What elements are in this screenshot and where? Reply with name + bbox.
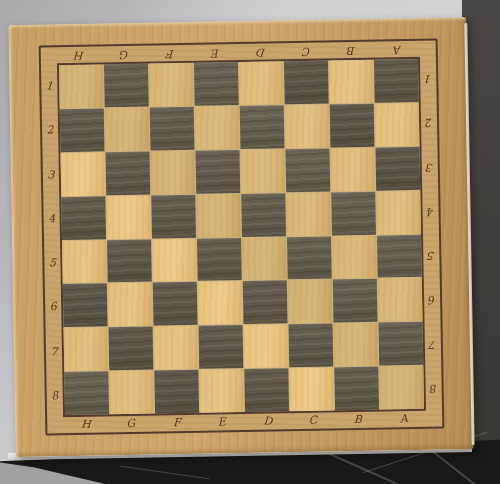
square-c3 [285, 148, 330, 192]
rank-label-left: 4 [42, 196, 61, 241]
square-d8 [244, 368, 289, 412]
coordinate-band: HGFEDCBA HGFEDCBA 12345678 12345678 [39, 39, 445, 436]
square-f5 [152, 238, 197, 282]
square-f7 [154, 326, 199, 370]
file-label-bottom: E [199, 413, 245, 432]
file-label-bottom: C [289, 411, 336, 431]
square-h7 [64, 328, 109, 372]
file-label-bottom: F [154, 414, 200, 432]
square-f2 [150, 107, 195, 151]
square-g8 [109, 371, 154, 415]
file-label-bottom: B [335, 412, 381, 429]
square-e7 [199, 325, 244, 369]
square-e6 [198, 281, 243, 325]
square-a3 [375, 147, 420, 191]
square-g6 [108, 283, 153, 327]
square-c8 [289, 368, 334, 412]
square-f3 [150, 151, 195, 195]
square-c7 [289, 324, 334, 368]
square-a4 [376, 190, 421, 234]
square-b1 [329, 60, 374, 104]
square-g4 [106, 195, 151, 239]
board-grid [59, 59, 424, 415]
square-h2 [60, 108, 105, 152]
square-b7 [334, 323, 379, 367]
square-h1 [59, 64, 104, 108]
rank-label-right: 4 [421, 189, 440, 234]
square-c5 [287, 236, 332, 280]
square-e4 [196, 194, 241, 238]
rank-label-right: 3 [421, 145, 439, 190]
rank-label-right: 2 [419, 100, 440, 146]
square-g5 [107, 239, 152, 283]
rank-label-left: 1 [40, 63, 58, 108]
square-e5 [197, 237, 242, 281]
square-b2 [330, 104, 375, 148]
square-a8 [379, 366, 424, 410]
square-a5 [377, 234, 422, 278]
square-d7 [244, 324, 289, 368]
file-label-bottom: A [380, 408, 427, 429]
file-label-top: E [192, 43, 238, 62]
square-h5 [62, 240, 107, 284]
square-b8 [334, 367, 379, 411]
square-f4 [151, 194, 196, 238]
square-h3 [61, 152, 106, 196]
square-h4 [61, 196, 106, 240]
rank-label-right: 5 [422, 233, 441, 278]
rank-label-left: 3 [42, 152, 60, 197]
square-d4 [241, 193, 286, 237]
rank-label-right: 6 [422, 277, 442, 322]
square-d1 [239, 61, 284, 105]
file-label-bottom: G [108, 414, 155, 435]
rank-label-left: 7 [46, 329, 63, 374]
square-e1 [194, 62, 239, 106]
square-c1 [284, 60, 329, 104]
square-d5 [242, 237, 287, 281]
square-a7 [379, 322, 424, 366]
square-e8 [199, 369, 244, 413]
file-label-top: B [329, 42, 375, 59]
square-d2 [240, 105, 285, 149]
square-h6 [63, 284, 108, 328]
photo-scene: HGFEDCBA HGFEDCBA 12345678 12345678 [0, 0, 500, 484]
rank-label-right: 7 [425, 322, 442, 367]
square-f8 [154, 370, 199, 414]
square-a2 [375, 103, 420, 147]
square-e3 [195, 150, 240, 194]
square-g2 [105, 107, 150, 151]
square-b3 [330, 147, 375, 191]
square-d6 [243, 281, 288, 325]
square-g1 [104, 64, 149, 108]
square-a6 [378, 278, 423, 322]
square-d3 [240, 149, 285, 193]
square-e2 [195, 106, 240, 150]
square-h8 [64, 371, 109, 415]
square-g3 [105, 151, 150, 195]
square-f6 [153, 282, 198, 326]
square-c6 [288, 280, 333, 324]
file-label-top: F [147, 44, 193, 62]
square-f1 [149, 63, 194, 107]
rank-label-left: 5 [43, 240, 62, 285]
chessboard-box: HGFEDCBA HGFEDCBA 12345678 12345678 [8, 17, 473, 457]
rank-label-right: 8 [423, 366, 444, 412]
rank-label-right: 1 [419, 56, 437, 101]
square-b4 [331, 191, 376, 235]
square-c2 [285, 104, 330, 148]
square-c4 [286, 192, 331, 236]
file-label-bottom: D [244, 412, 290, 431]
square-b5 [332, 235, 377, 279]
square-a1 [374, 59, 419, 103]
playing-area [57, 57, 426, 417]
file-label-top: D [238, 42, 284, 61]
square-g7 [109, 327, 154, 371]
file-label-top: H [56, 46, 102, 64]
square-b6 [333, 279, 378, 323]
file-label-bottom: H [63, 416, 109, 434]
